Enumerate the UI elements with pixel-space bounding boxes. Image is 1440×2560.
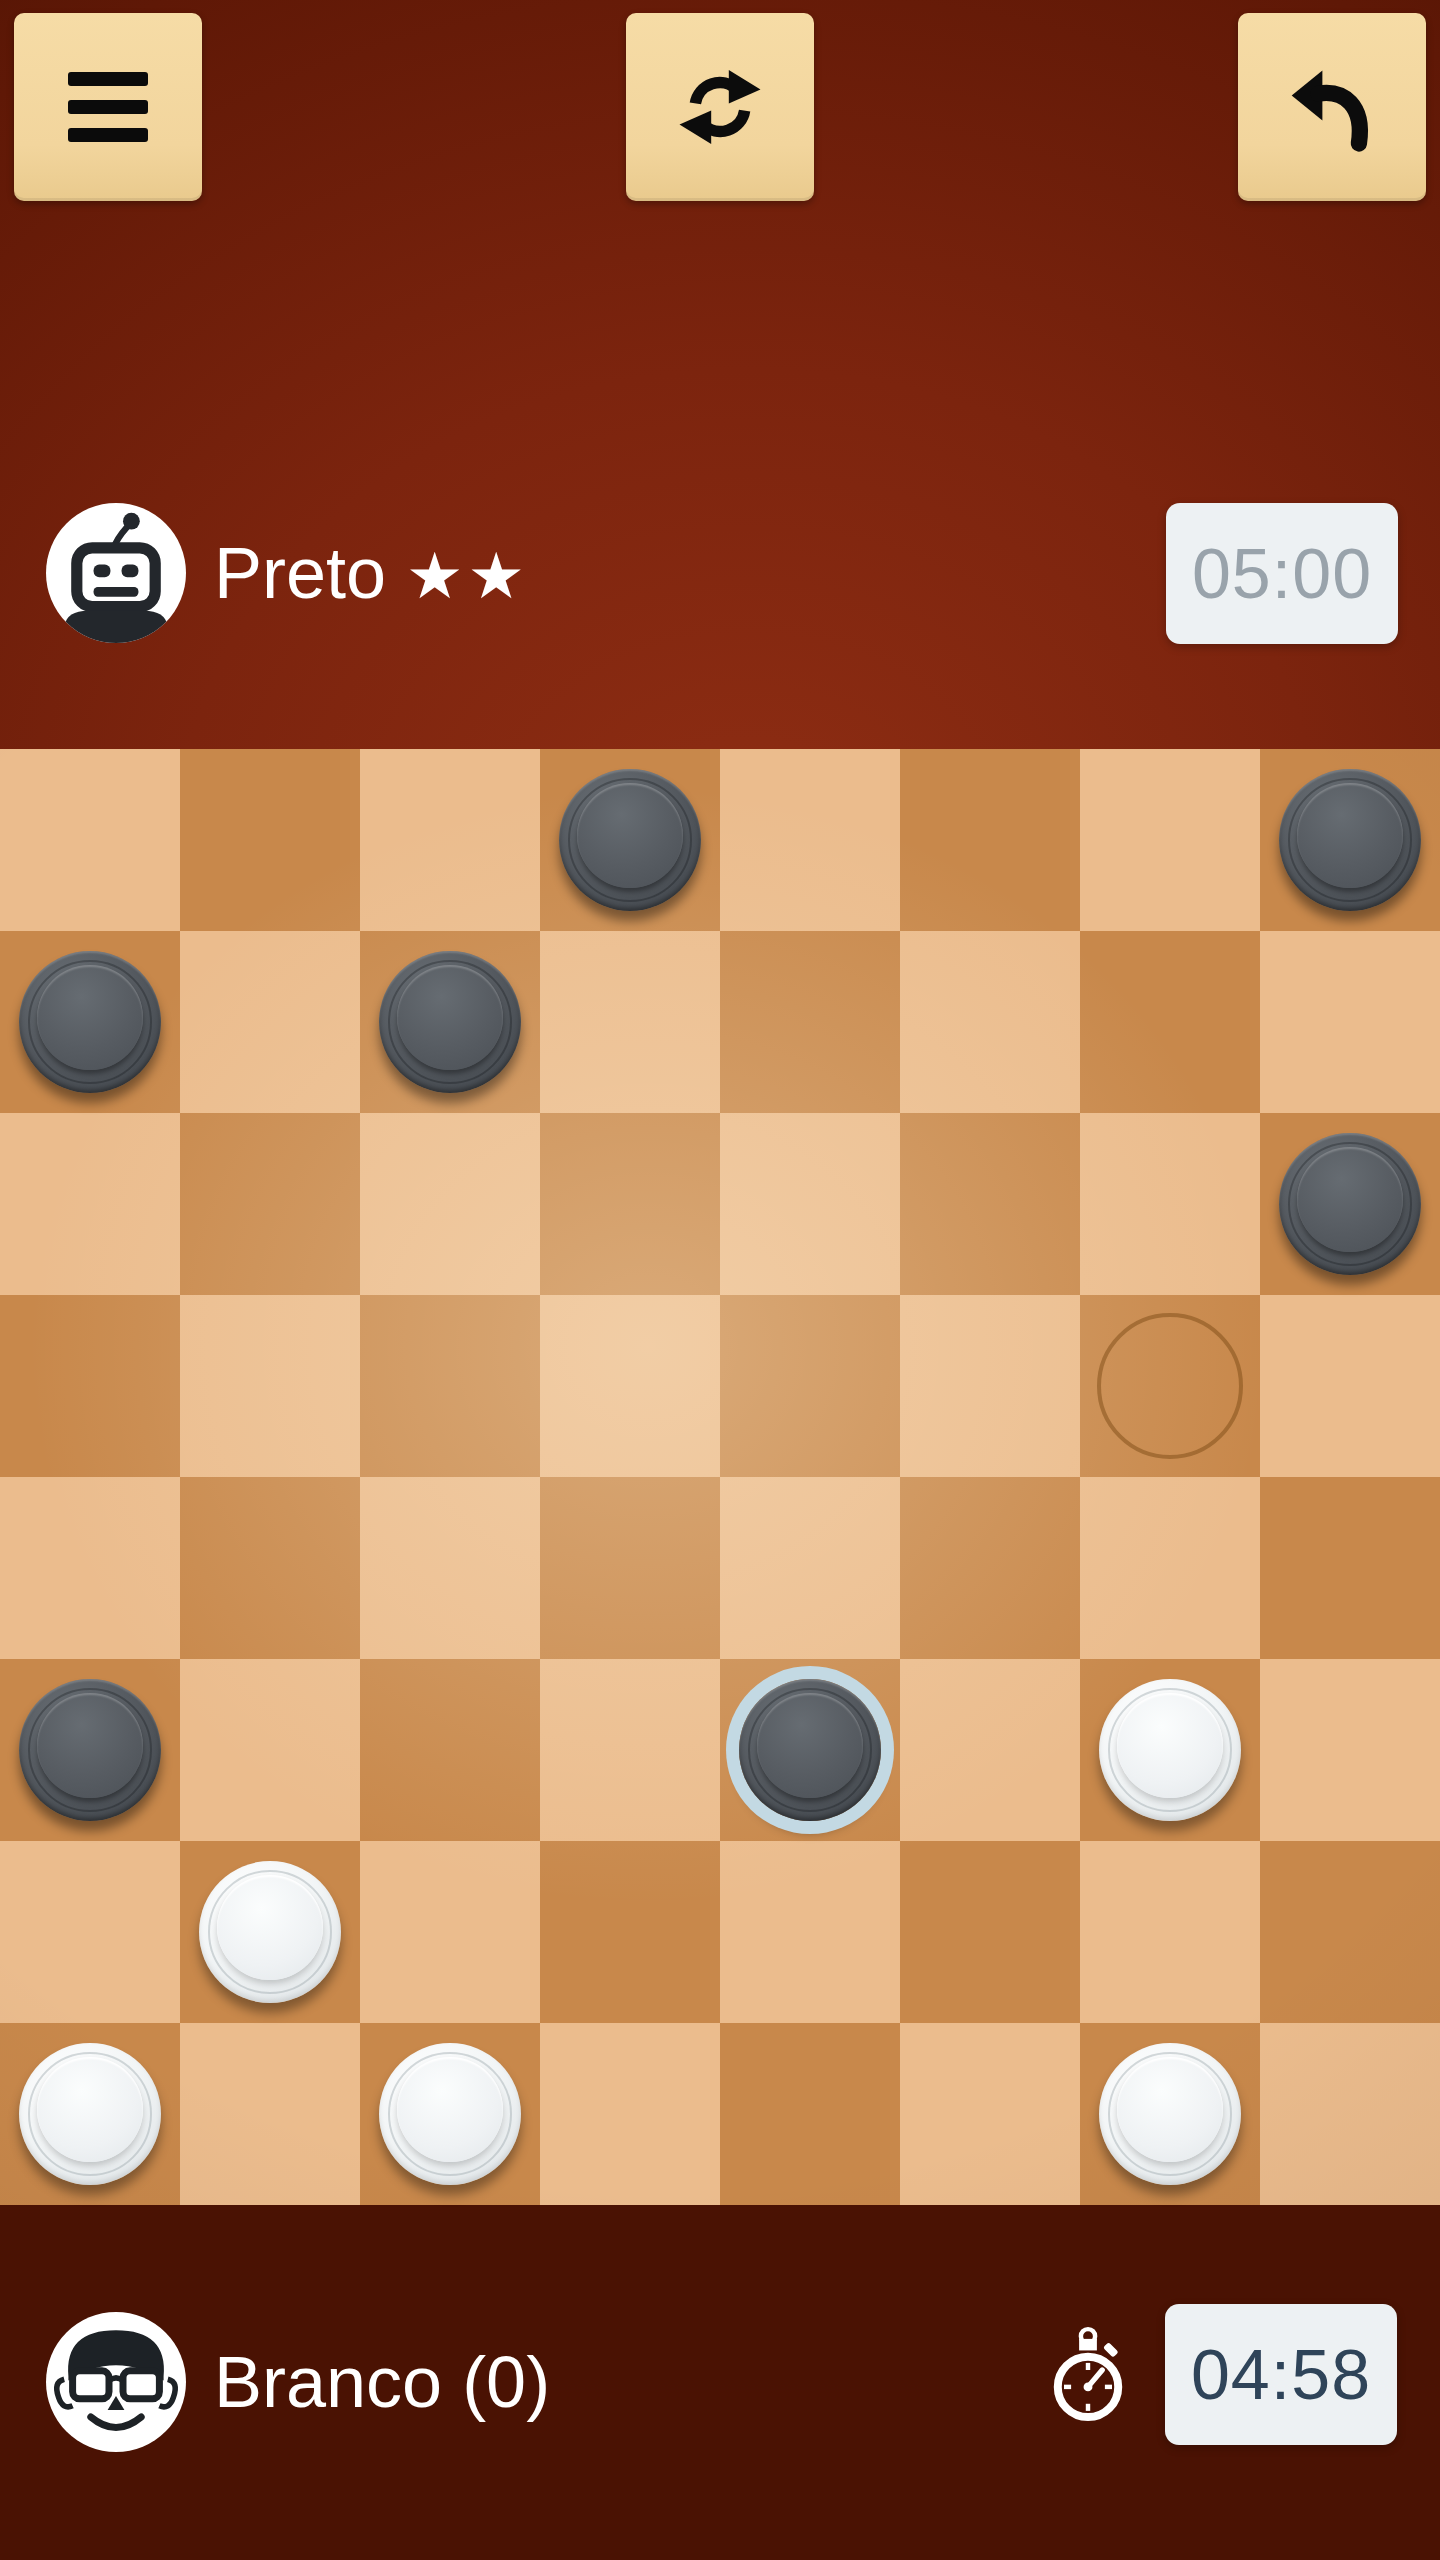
square-r1c8[interactable] [1260, 749, 1440, 931]
robot-icon [46, 503, 186, 643]
square-r7c4[interactable] [540, 1841, 720, 2023]
square-r2c2[interactable] [180, 931, 360, 1113]
undo-button[interactable] [1238, 13, 1426, 201]
square-r3c4[interactable] [540, 1113, 720, 1295]
square-r3c8[interactable] [1260, 1113, 1440, 1295]
square-r1c3[interactable] [360, 749, 540, 931]
square-r6c1[interactable] [0, 1659, 180, 1841]
square-r7c3[interactable] [360, 1841, 540, 2023]
player-bottom-row: Branco (0) [46, 2312, 550, 2452]
square-r5c7[interactable] [1080, 1477, 1260, 1659]
square-r6c4[interactable] [540, 1659, 720, 1841]
square-r8c4[interactable] [540, 2023, 720, 2205]
undo-arrow-icon [1284, 59, 1380, 155]
square-r1c5[interactable] [720, 749, 900, 931]
black-piece[interactable] [1279, 769, 1421, 911]
menu-button[interactable] [14, 13, 202, 201]
square-r5c1[interactable] [0, 1477, 180, 1659]
square-r3c1[interactable] [0, 1113, 180, 1295]
square-r4c5[interactable] [720, 1295, 900, 1477]
square-r4c2[interactable] [180, 1295, 360, 1477]
square-r4c7[interactable] [1080, 1295, 1260, 1477]
player-top-row: Preto ★★ [46, 503, 529, 643]
square-r2c7[interactable] [1080, 931, 1260, 1113]
square-r4c6[interactable] [900, 1295, 1080, 1477]
square-r7c1[interactable] [0, 1841, 180, 2023]
white-piece[interactable] [199, 1861, 341, 2003]
square-r2c5[interactable] [720, 931, 900, 1113]
black-piece[interactable] [559, 769, 701, 911]
board [0, 749, 1440, 2205]
restart-button[interactable] [626, 13, 814, 201]
stopwatch-icon [1048, 2326, 1128, 2430]
clock-top: 05:00 [1166, 503, 1398, 644]
square-r8c6[interactable] [900, 2023, 1080, 2205]
square-r7c7[interactable] [1080, 1841, 1260, 2023]
square-r1c6[interactable] [900, 749, 1080, 931]
square-r8c1[interactable] [0, 2023, 180, 2205]
square-r5c2[interactable] [180, 1477, 360, 1659]
square-r8c5[interactable] [720, 2023, 900, 2205]
square-r8c2[interactable] [180, 2023, 360, 2205]
white-piece[interactable] [1099, 1679, 1241, 1821]
square-r5c6[interactable] [900, 1477, 1080, 1659]
square-r4c4[interactable] [540, 1295, 720, 1477]
difficulty-stars: ★★ [406, 539, 529, 613]
square-r8c8[interactable] [1260, 2023, 1440, 2205]
square-r1c2[interactable] [180, 749, 360, 931]
square-r1c4[interactable] [540, 749, 720, 931]
square-r2c6[interactable] [900, 931, 1080, 1113]
black-piece[interactable] [1279, 1133, 1421, 1275]
square-r4c3[interactable] [360, 1295, 540, 1477]
square-r4c1[interactable] [0, 1295, 180, 1477]
player-top-name: Preto ★★ [214, 537, 529, 609]
square-r6c8[interactable] [1260, 1659, 1440, 1841]
square-r2c8[interactable] [1260, 931, 1440, 1113]
black-piece[interactable] [19, 951, 161, 1093]
white-piece[interactable] [1099, 2043, 1241, 2185]
square-r5c5[interactable] [720, 1477, 900, 1659]
square-r3c6[interactable] [900, 1113, 1080, 1295]
square-r2c3[interactable] [360, 931, 540, 1113]
black-piece[interactable] [739, 1679, 881, 1821]
square-r7c2[interactable] [180, 1841, 360, 2023]
square-r7c6[interactable] [900, 1841, 1080, 2023]
black-piece[interactable] [379, 951, 521, 1093]
hamburger-icon [68, 72, 148, 142]
white-piece[interactable] [19, 2043, 161, 2185]
square-r4c8[interactable] [1260, 1295, 1440, 1477]
square-r2c4[interactable] [540, 931, 720, 1113]
square-r6c2[interactable] [180, 1659, 360, 1841]
clock-bottom: 04:58 [1165, 2304, 1397, 2445]
square-r5c8[interactable] [1260, 1477, 1440, 1659]
square-r6c7[interactable] [1080, 1659, 1260, 1841]
square-r6c6[interactable] [900, 1659, 1080, 1841]
black-piece[interactable] [19, 1679, 161, 1821]
white-piece[interactable] [379, 2043, 521, 2185]
move-indicator[interactable] [1097, 1313, 1243, 1459]
human-glasses-icon [46, 2312, 186, 2452]
square-r8c7[interactable] [1080, 2023, 1260, 2205]
square-r1c1[interactable] [0, 749, 180, 931]
square-r2c1[interactable] [0, 931, 180, 1113]
square-r6c5[interactable] [720, 1659, 900, 1841]
player-bottom-name: Branco (0) [214, 2346, 550, 2418]
square-r5c4[interactable] [540, 1477, 720, 1659]
square-r8c3[interactable] [360, 2023, 540, 2205]
square-r7c5[interactable] [720, 1841, 900, 2023]
square-r6c3[interactable] [360, 1659, 540, 1841]
square-r3c3[interactable] [360, 1113, 540, 1295]
square-r5c3[interactable] [360, 1477, 540, 1659]
square-r7c8[interactable] [1260, 1841, 1440, 2023]
board-area [0, 749, 1440, 2205]
square-r3c7[interactable] [1080, 1113, 1260, 1295]
refresh-icon [676, 63, 764, 151]
square-r3c5[interactable] [720, 1113, 900, 1295]
square-r1c7[interactable] [1080, 749, 1260, 931]
square-r3c2[interactable] [180, 1113, 360, 1295]
